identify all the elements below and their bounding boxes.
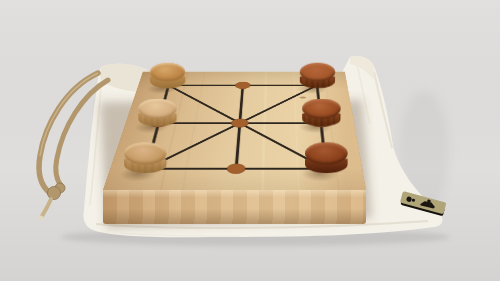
point-e[interactable] — [280, 103, 366, 144]
game-board — [103, 72, 366, 190]
light-piece[interactable] — [124, 142, 167, 173]
board-stage — [0, 0, 500, 281]
piece-top — [138, 99, 177, 119]
point-se[interactable] — [281, 144, 376, 194]
light-piece[interactable] — [138, 99, 177, 127]
board-front-edge — [103, 190, 366, 224]
dark-piece[interactable] — [305, 142, 348, 173]
point-c[interactable] — [195, 103, 280, 144]
photo-scene — [0, 0, 500, 281]
dark-piece[interactable] — [302, 99, 341, 127]
light-piece[interactable] — [150, 63, 185, 89]
point-s[interactable] — [187, 144, 282, 194]
dark-piece[interactable] — [300, 63, 335, 89]
piece-top — [300, 63, 335, 81]
piece-top — [305, 142, 348, 164]
point-w[interactable] — [110, 103, 202, 144]
point-n[interactable] — [202, 68, 280, 103]
board-points-grid — [92, 68, 376, 195]
piece-top — [150, 63, 185, 81]
piece-top — [124, 142, 167, 164]
point-sw[interactable] — [92, 144, 195, 194]
